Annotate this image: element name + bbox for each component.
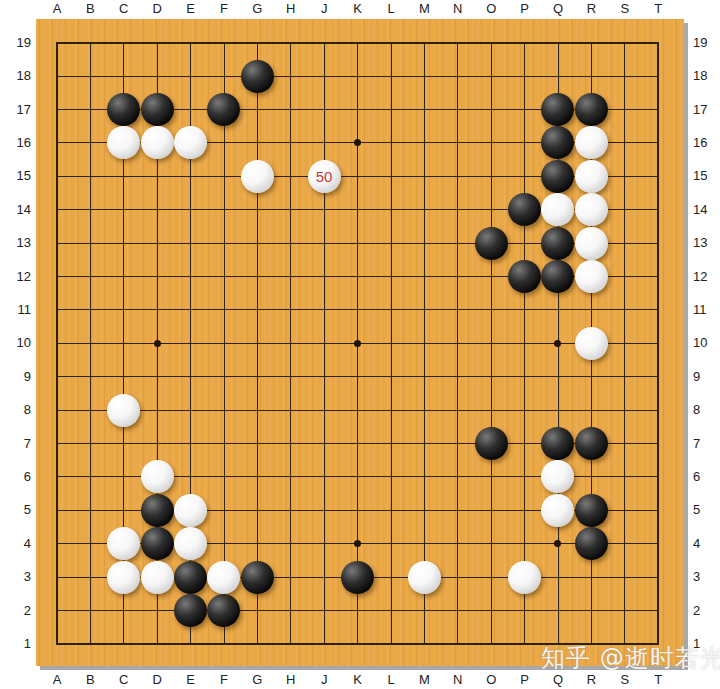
row-label-left: 15 [5, 168, 31, 184]
stone-cell: 50 [307, 160, 340, 193]
stone-cell [174, 527, 207, 560]
stone-cell [508, 193, 541, 226]
black-stone [107, 93, 140, 126]
row-label-right: 13 [693, 235, 719, 251]
column-label-bottom: C [113, 672, 135, 688]
stone-cell [541, 226, 574, 259]
row-label-right: 4 [693, 536, 719, 552]
white-stone [107, 527, 140, 560]
column-label-bottom: L [380, 672, 402, 688]
row-label-left: 14 [5, 202, 31, 218]
black-stone [541, 427, 574, 460]
stone-cell [575, 126, 608, 159]
white-stone [575, 260, 608, 293]
black-stone [508, 193, 541, 226]
column-label-bottom: S [614, 672, 636, 688]
row-label-left: 11 [5, 302, 31, 318]
white-stone [408, 561, 441, 594]
stone-cell [541, 193, 574, 226]
star-point [354, 139, 361, 146]
row-label-left: 17 [5, 102, 31, 118]
white-stone: 50 [308, 160, 341, 193]
row-label-right: 15 [693, 168, 719, 184]
stone-cell [575, 226, 608, 259]
black-stone [575, 494, 608, 527]
row-label-right: 10 [693, 335, 719, 351]
column-label-top: J [313, 1, 335, 17]
row-label-left: 18 [5, 68, 31, 84]
white-stone [174, 126, 207, 159]
stone-cell [575, 494, 608, 527]
column-label-top: D [146, 1, 168, 17]
row-label-right: 18 [693, 68, 719, 84]
stone-cell [341, 560, 374, 593]
row-label-right: 19 [693, 35, 719, 51]
column-label-bottom: P [514, 672, 536, 688]
stone-cell [575, 527, 608, 560]
column-label-top: N [447, 1, 469, 17]
stone-cell [241, 160, 274, 193]
white-stone [141, 561, 174, 594]
stone-cell [541, 427, 574, 460]
column-label-bottom: E [180, 672, 202, 688]
stone-cell [174, 126, 207, 159]
column-label-bottom: T [647, 672, 669, 688]
row-label-right: 17 [693, 102, 719, 118]
row-label-left: 12 [5, 269, 31, 285]
black-stone [541, 260, 574, 293]
board-grid: 50 [40, 26, 674, 660]
stone-cell [207, 560, 240, 593]
white-stone [508, 561, 541, 594]
white-stone [575, 227, 608, 260]
row-label-right: 5 [693, 502, 719, 518]
stone-cell [174, 494, 207, 527]
go-board: 50 [36, 19, 684, 666]
white-stone [107, 561, 140, 594]
stone-cell [575, 193, 608, 226]
black-stone [575, 427, 608, 460]
white-stone [575, 193, 608, 226]
black-stone [341, 561, 374, 594]
stone-cell [140, 460, 173, 493]
black-stone [475, 227, 508, 260]
column-label-top: T [647, 1, 669, 17]
black-stone [475, 427, 508, 460]
black-stone [141, 494, 174, 527]
stone-cell [174, 594, 207, 627]
white-stone [141, 460, 174, 493]
column-label-bottom: K [347, 672, 369, 688]
black-stone [174, 594, 207, 627]
stone-cell [541, 460, 574, 493]
column-label-top: K [347, 1, 369, 17]
star-point-cell [341, 126, 374, 159]
white-stone [207, 561, 240, 594]
white-stone [141, 126, 174, 159]
column-label-top: P [514, 1, 536, 17]
star-point-cell [541, 527, 574, 560]
black-stone [575, 93, 608, 126]
column-label-bottom: B [79, 672, 101, 688]
white-stone [575, 126, 608, 159]
row-label-left: 10 [5, 335, 31, 351]
row-label-left: 2 [5, 603, 31, 619]
white-stone [541, 460, 574, 493]
column-label-bottom: N [447, 672, 469, 688]
stone-cell [508, 260, 541, 293]
column-label-top: O [480, 1, 502, 17]
column-label-top: F [213, 1, 235, 17]
row-label-right: 3 [693, 569, 719, 585]
row-label-left: 16 [5, 135, 31, 151]
row-label-left: 9 [5, 369, 31, 385]
column-label-bottom: H [280, 672, 302, 688]
stone-cell [107, 560, 140, 593]
black-stone [207, 594, 240, 627]
column-label-bottom: G [246, 672, 268, 688]
move-number-label: 50 [316, 169, 333, 184]
row-label-left: 7 [5, 436, 31, 452]
column-label-bottom: J [313, 672, 335, 688]
column-label-top: H [280, 1, 302, 17]
stone-cell [241, 59, 274, 92]
white-stone [107, 126, 140, 159]
stone-cell [575, 93, 608, 126]
stone-cell [541, 494, 574, 527]
row-label-left: 6 [5, 469, 31, 485]
black-stone [141, 93, 174, 126]
white-stone [541, 494, 574, 527]
star-point [154, 340, 161, 347]
stone-cell [140, 494, 173, 527]
star-point-cell [140, 327, 173, 360]
row-label-right: 14 [693, 202, 719, 218]
stone-cell [575, 160, 608, 193]
stone-cell [140, 527, 173, 560]
column-label-bottom: M [413, 672, 435, 688]
column-label-bottom: D [146, 672, 168, 688]
star-point-cell [341, 527, 374, 560]
stone-cell [140, 93, 173, 126]
column-label-top: R [580, 1, 602, 17]
row-label-right: 7 [693, 436, 719, 452]
black-stone [207, 93, 240, 126]
go-diagram-page: ABCDEFGHJKLMNOPQRST ABCDEFGHJKLMNOPQRST … [0, 0, 720, 689]
column-label-top: M [413, 1, 435, 17]
stone-cell [408, 560, 441, 593]
watermark-text: 知乎 @逝时若光 [541, 644, 720, 674]
row-label-right: 16 [693, 135, 719, 151]
white-stone [241, 160, 274, 193]
stone-cell [541, 160, 574, 193]
stone-cell [107, 393, 140, 426]
column-label-top: L [380, 1, 402, 17]
row-label-right: 11 [693, 302, 719, 318]
black-stone [174, 561, 207, 594]
stone-cell [241, 560, 274, 593]
row-label-left: 13 [5, 235, 31, 251]
row-label-left: 5 [5, 502, 31, 518]
white-stone [174, 494, 207, 527]
row-label-left: 4 [5, 536, 31, 552]
black-stone [541, 160, 574, 193]
white-stone [174, 527, 207, 560]
row-label-left: 1 [5, 636, 31, 652]
stone-cell [541, 93, 574, 126]
stone-cell [541, 126, 574, 159]
column-label-top: E [180, 1, 202, 17]
stone-cell [107, 93, 140, 126]
white-stone [575, 160, 608, 193]
stone-cell [474, 226, 507, 259]
black-stone [541, 126, 574, 159]
stone-cell [174, 560, 207, 593]
column-label-top: Q [547, 1, 569, 17]
black-stone [541, 93, 574, 126]
star-point [554, 540, 561, 547]
star-point-cell [541, 327, 574, 360]
row-label-right: 9 [693, 369, 719, 385]
column-label-top: A [46, 1, 68, 17]
stone-cell [474, 427, 507, 460]
column-label-bottom: A [46, 672, 68, 688]
stone-cell [140, 560, 173, 593]
star-point [354, 340, 361, 347]
white-stone [541, 193, 574, 226]
column-label-bottom: Q [547, 672, 569, 688]
star-point [354, 540, 361, 547]
white-stone [107, 394, 140, 427]
stone-cell [107, 126, 140, 159]
row-label-left: 3 [5, 569, 31, 585]
column-label-bottom: R [580, 672, 602, 688]
stone-cell [575, 327, 608, 360]
black-stone [541, 227, 574, 260]
stone-cell [107, 527, 140, 560]
white-stone [575, 327, 608, 360]
black-stone [508, 260, 541, 293]
star-point [554, 340, 561, 347]
stone-cell [140, 126, 173, 159]
column-label-top: G [246, 1, 268, 17]
row-label-right: 2 [693, 603, 719, 619]
stone-cell [508, 560, 541, 593]
stone-cell [575, 427, 608, 460]
row-label-right: 8 [693, 402, 719, 418]
row-label-right: 6 [693, 469, 719, 485]
row-label-left: 19 [5, 35, 31, 51]
black-stone [241, 60, 274, 93]
stone-cell [207, 93, 240, 126]
column-label-top: S [614, 1, 636, 17]
stone-cell [207, 594, 240, 627]
row-label-left: 8 [5, 402, 31, 418]
stone-cell [541, 260, 574, 293]
black-stone [575, 527, 608, 560]
star-point-cell [341, 327, 374, 360]
column-label-top: C [113, 1, 135, 17]
black-stone [141, 527, 174, 560]
row-label-right: 12 [693, 269, 719, 285]
column-label-bottom: O [480, 672, 502, 688]
column-label-bottom: F [213, 672, 235, 688]
stone-cell [575, 260, 608, 293]
black-stone [241, 561, 274, 594]
column-label-top: B [79, 1, 101, 17]
